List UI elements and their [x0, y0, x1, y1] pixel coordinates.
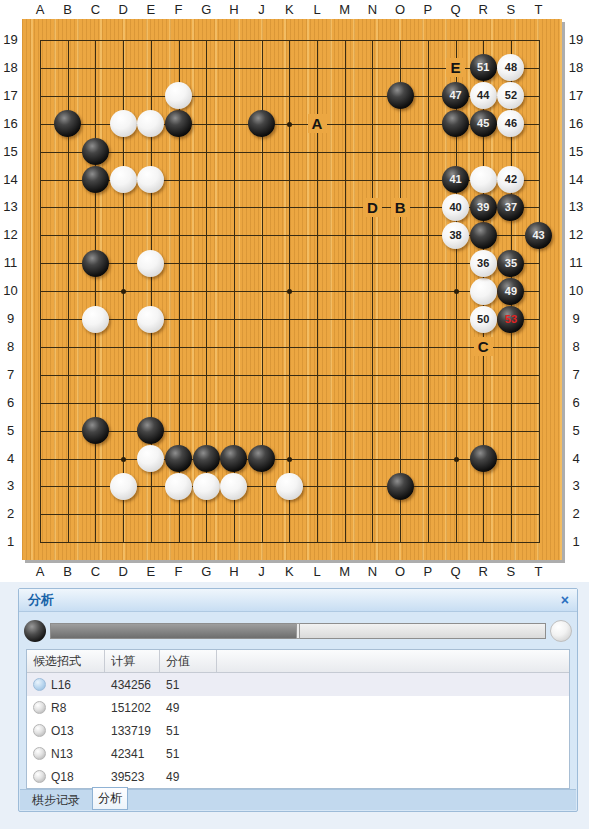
- grid-line-horizontal: [40, 514, 540, 515]
- radio-icon: [33, 678, 46, 691]
- star-point: [121, 457, 126, 462]
- black-stone-S11[interactable]: 35: [497, 250, 524, 277]
- coordinate-letter-bottom: E: [142, 564, 160, 580]
- winrate-track: [50, 623, 546, 639]
- stone-move-number: 43: [532, 230, 544, 241]
- board-label-C[interactable]: C: [474, 337, 493, 356]
- coordinate-letter-bottom: Q: [447, 564, 465, 580]
- coordinate-letter-bottom: F: [170, 564, 188, 580]
- coordinate-letter-bottom: T: [530, 564, 548, 580]
- coordinate-number-left: 6: [1, 395, 20, 411]
- coordinate-number-left: 10: [1, 283, 20, 299]
- white-stone-icon: [550, 620, 572, 642]
- coordinate-letter-bottom: R: [474, 564, 492, 580]
- coordinate-number-right: 13: [566, 199, 586, 215]
- white-stone-F3[interactable]: [165, 473, 192, 500]
- coordinate-letter-top: N: [363, 2, 381, 18]
- black-stone-R13[interactable]: 39: [470, 194, 497, 221]
- coordinate-letter-top: B: [59, 2, 77, 18]
- header-candidate-move: 候选招式: [27, 650, 105, 672]
- white-stone-C9[interactable]: [82, 306, 109, 333]
- board-label-B[interactable]: B: [391, 198, 410, 217]
- coordinate-number-right: 18: [566, 60, 586, 76]
- coordinate-letter-bottom: C: [86, 564, 104, 580]
- board-label-A[interactable]: A: [308, 114, 327, 133]
- star-point: [454, 289, 459, 294]
- board-label-E[interactable]: E: [446, 58, 465, 77]
- coordinate-number-left: 8: [1, 339, 20, 355]
- coordinate-letter-top: J: [253, 2, 271, 18]
- coordinate-number-left: 9: [1, 311, 20, 327]
- coordinate-letter-top: G: [197, 2, 215, 18]
- white-stone-R17[interactable]: 44: [470, 82, 497, 109]
- white-stone-R9[interactable]: 50: [470, 306, 497, 333]
- coordinate-letter-bottom: N: [363, 564, 381, 580]
- coordinate-letter-top: S: [502, 2, 520, 18]
- candidate-row-Q18[interactable]: Q183952349: [27, 765, 569, 788]
- coordinate-number-right: 6: [566, 395, 586, 411]
- close-icon[interactable]: ×: [561, 591, 569, 609]
- candidate-score: 51: [160, 747, 217, 761]
- coordinate-number-right: 8: [566, 339, 586, 355]
- radio-icon: [33, 770, 46, 783]
- white-stone-E9[interactable]: [137, 306, 164, 333]
- white-stone-K3[interactable]: [276, 473, 303, 500]
- black-stone-S10[interactable]: 49: [497, 278, 524, 305]
- grid-line-horizontal: [40, 263, 540, 264]
- stone-move-number: 45: [477, 118, 489, 129]
- candidate-score: 49: [160, 701, 217, 715]
- coordinate-letter-top: H: [225, 2, 243, 18]
- header-score: 分值: [160, 650, 217, 672]
- radio-icon: [33, 747, 46, 760]
- coordinate-letter-bottom: G: [197, 564, 215, 580]
- white-stone-R10[interactable]: [470, 278, 497, 305]
- coordinate-number-left: 13: [1, 199, 20, 215]
- coordinate-letter-bottom: S: [502, 564, 520, 580]
- stone-move-number: 46: [505, 118, 517, 129]
- black-stone-R16[interactable]: 45: [470, 110, 497, 137]
- coordinate-letter-bottom: H: [225, 564, 243, 580]
- grid-line-horizontal: [40, 403, 540, 404]
- coordinate-number-left: 11: [1, 255, 20, 271]
- coordinate-number-left: 14: [1, 172, 20, 188]
- candidate-calculation: 42341: [105, 747, 160, 761]
- black-stone-Q16[interactable]: [442, 110, 469, 137]
- white-stone-D16[interactable]: [110, 110, 137, 137]
- analysis-panel-header: 分析 ×: [19, 589, 577, 612]
- coordinate-letter-bottom: P: [419, 564, 437, 580]
- stone-move-number: 44: [477, 90, 489, 101]
- grid-line-horizontal: [40, 152, 540, 153]
- stone-move-number: 38: [449, 230, 461, 241]
- coordinate-letter-top: K: [280, 2, 298, 18]
- candidate-calculation: 434256: [105, 678, 160, 692]
- candidate-score: 49: [160, 770, 217, 784]
- coordinate-number-left: 1: [1, 534, 20, 550]
- coordinate-number-right: 15: [566, 144, 586, 160]
- coordinate-letter-top: P: [419, 2, 437, 18]
- winrate-divider: [296, 623, 300, 639]
- grid-line-horizontal: [40, 347, 540, 348]
- black-stone-C11[interactable]: [82, 250, 109, 277]
- app-window: AABBCCDDEEFFGGHHJJKKLLMMNNOOPPQQRRSSTT19…: [0, 0, 589, 829]
- white-stone-D14[interactable]: [110, 166, 137, 193]
- tab-analysis[interactable]: 分析: [92, 787, 128, 810]
- coordinate-number-left: 2: [1, 506, 20, 522]
- black-stone-R4[interactable]: [470, 445, 497, 472]
- winrate-black-fill: [51, 624, 298, 638]
- coordinate-number-right: 17: [566, 88, 586, 104]
- black-stone-Q14[interactable]: 41: [442, 166, 469, 193]
- white-stone-Q13[interactable]: 40: [442, 194, 469, 221]
- black-stone-C5[interactable]: [82, 417, 109, 444]
- coordinate-letter-top: L: [308, 2, 326, 18]
- candidate-calculation: 133719: [105, 724, 160, 738]
- stone-move-number: 37: [505, 202, 517, 213]
- coordinate-number-right: 7: [566, 367, 586, 383]
- black-stone-C15[interactable]: [82, 138, 109, 165]
- stone-move-number: 41: [449, 174, 461, 185]
- coordinate-number-right: 14: [566, 172, 586, 188]
- stone-move-number: 50: [477, 314, 489, 325]
- coordinate-number-right: 2: [566, 506, 586, 522]
- candidate-move: N13: [51, 747, 105, 761]
- go-board[interactable]: AABBCCDDEEFFGGHHJJKKLLMMNNOOPPQQRRSSTT19…: [0, 0, 589, 585]
- black-stone-R12[interactable]: [470, 222, 497, 249]
- coordinate-number-right: 12: [566, 227, 586, 243]
- grid-line-horizontal: [40, 375, 540, 376]
- panel-title: 分析: [28, 591, 54, 609]
- stone-move-number: 49: [505, 286, 517, 297]
- grid-line-horizontal: [40, 542, 540, 543]
- coordinate-number-right: 9: [566, 311, 586, 327]
- header-spacer: [217, 650, 569, 672]
- white-stone-R11[interactable]: 36: [470, 250, 497, 277]
- white-stone-D3[interactable]: [110, 473, 137, 500]
- stone-move-number: 36: [477, 258, 489, 269]
- table-header-row: 候选招式 计算 分值: [27, 650, 569, 673]
- candidate-move: Q18: [51, 770, 105, 784]
- candidate-row-L16[interactable]: L1643425651: [27, 673, 569, 696]
- stone-move-number: 39: [477, 202, 489, 213]
- coordinate-letter-top: F: [170, 2, 188, 18]
- coordinate-letter-top: D: [114, 2, 132, 18]
- coordinate-number-left: 3: [1, 478, 20, 494]
- candidate-score: 51: [160, 724, 217, 738]
- coordinate-letter-bottom: D: [114, 564, 132, 580]
- black-stone-O3[interactable]: [387, 473, 414, 500]
- coordinate-letter-bottom: O: [391, 564, 409, 580]
- panel-tab-bar: 棋步记录 分析: [20, 789, 576, 810]
- candidate-calculation: 151202: [105, 701, 160, 715]
- black-stone-C14[interactable]: [82, 166, 109, 193]
- candidate-calculation: 39523: [105, 770, 160, 784]
- coordinate-number-left: 15: [1, 144, 20, 160]
- coordinate-number-left: 5: [1, 423, 20, 439]
- stone-move-number: 47: [449, 90, 461, 101]
- candidate-score: 51: [160, 678, 217, 692]
- white-stone-Q12[interactable]: 38: [442, 222, 469, 249]
- grid-line-horizontal: [40, 40, 540, 41]
- star-point: [287, 457, 292, 462]
- white-stone-R14[interactable]: [470, 166, 497, 193]
- coordinate-number-left: 7: [1, 367, 20, 383]
- black-stone-R18[interactable]: 51: [470, 54, 497, 81]
- grid-line-horizontal: [40, 431, 540, 432]
- coordinate-number-left: 19: [1, 32, 20, 48]
- tab-move-record[interactable]: 棋步记录: [28, 791, 84, 810]
- candidate-row-N13[interactable]: N134234151: [27, 742, 569, 765]
- coordinate-letter-bottom: B: [59, 564, 77, 580]
- header-calculation: 计算: [105, 650, 160, 672]
- coordinate-letter-bottom: M: [336, 564, 354, 580]
- coordinate-number-right: 10: [566, 283, 586, 299]
- radio-icon: [33, 724, 46, 737]
- coordinate-letter-top: C: [86, 2, 104, 18]
- stone-move-number: 52: [505, 90, 517, 101]
- board-label-D[interactable]: D: [363, 198, 382, 217]
- coordinate-letter-bottom: J: [253, 564, 271, 580]
- star-point: [454, 457, 459, 462]
- black-stone-T12[interactable]: 43: [525, 222, 552, 249]
- coordinate-letter-top: O: [391, 2, 409, 18]
- radio-icon: [33, 701, 46, 714]
- coordinate-letter-top: T: [530, 2, 548, 18]
- coordinate-number-right: 11: [566, 255, 586, 271]
- coordinate-letter-bottom: L: [308, 564, 326, 580]
- coordinate-number-left: 17: [1, 88, 20, 104]
- coordinate-number-left: 18: [1, 60, 20, 76]
- white-stone-E11[interactable]: [137, 250, 164, 277]
- black-stone-J4[interactable]: [248, 445, 275, 472]
- stone-move-number: 40: [449, 202, 461, 213]
- white-stone-G3[interactable]: [193, 473, 220, 500]
- coordinate-number-left: 4: [1, 451, 20, 467]
- analysis-panel: 分析 × 候选招式 计算 分值 L1643425651R815120249O13…: [18, 588, 578, 812]
- candidate-move-table: 候选招式 计算 分值 L1643425651R815120249O1313371…: [26, 649, 570, 789]
- candidate-row-O13[interactable]: O1313371951: [27, 719, 569, 742]
- black-stone-O17[interactable]: [387, 82, 414, 109]
- coordinate-letter-top: E: [142, 2, 160, 18]
- black-stone-F4[interactable]: [165, 445, 192, 472]
- coordinate-letter-bottom: K: [280, 564, 298, 580]
- stone-move-number: 42: [505, 174, 517, 185]
- candidate-move: L16: [51, 678, 105, 692]
- coordinate-number-right: 19: [566, 32, 586, 48]
- coordinate-number-left: 16: [1, 116, 20, 132]
- coordinate-number-right: 16: [566, 116, 586, 132]
- stone-move-number: 35: [505, 258, 517, 269]
- black-stone-icon: [24, 620, 46, 642]
- stone-move-number: 53: [505, 314, 517, 325]
- stone-move-number: 48: [505, 62, 517, 73]
- black-stone-F16[interactable]: [165, 110, 192, 137]
- coordinate-number-left: 12: [1, 227, 20, 243]
- winrate-bar: [24, 616, 572, 646]
- coordinate-letter-top: Q: [447, 2, 465, 18]
- coordinate-letter-top: R: [474, 2, 492, 18]
- coordinate-letter-top: A: [31, 2, 49, 18]
- candidate-row-R8[interactable]: R815120249: [27, 696, 569, 719]
- coordinate-number-right: 5: [566, 423, 586, 439]
- black-stone-G4[interactable]: [193, 445, 220, 472]
- candidate-move: O13: [51, 724, 105, 738]
- grid-line-horizontal: [40, 319, 540, 320]
- candidate-move: R8: [51, 701, 105, 715]
- coordinate-number-right: 3: [566, 478, 586, 494]
- coordinate-number-right: 4: [566, 451, 586, 467]
- coordinate-number-right: 1: [566, 534, 586, 550]
- black-stone-S9[interactable]: 53: [497, 306, 524, 333]
- coordinate-letter-top: M: [336, 2, 354, 18]
- coordinate-letter-bottom: A: [31, 564, 49, 580]
- stone-move-number: 51: [477, 62, 489, 73]
